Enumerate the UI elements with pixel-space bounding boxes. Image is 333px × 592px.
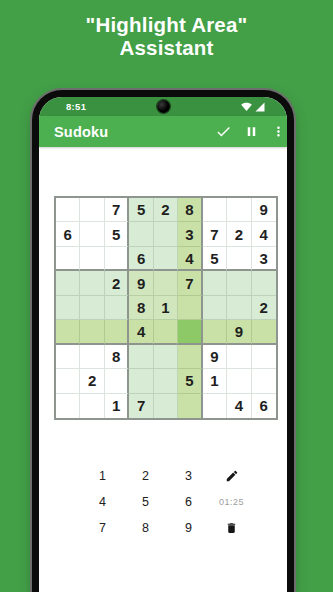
cell-r5c6[interactable]: [178, 296, 202, 320]
cell-r6c3[interactable]: [105, 320, 129, 344]
cell-r1c3[interactable]: 7: [105, 198, 129, 222]
phone-frame: 8:51 Sudoku 752: [32, 90, 294, 592]
cell-r3c8[interactable]: [227, 247, 251, 271]
numpad-digit-5[interactable]: 5: [124, 489, 167, 515]
cell-r7c8[interactable]: [227, 345, 251, 369]
cell-r2c4[interactable]: [129, 222, 153, 246]
cell-r9c7[interactable]: [203, 394, 227, 418]
cell-r1c5[interactable]: 2: [154, 198, 178, 222]
numpad-digit-6[interactable]: 6: [167, 489, 210, 515]
cell-r7c3[interactable]: 8: [105, 345, 129, 369]
cell-r2c9[interactable]: 4: [252, 222, 276, 246]
cell-r6c6[interactable]: [178, 320, 202, 344]
numpad-digit-7[interactable]: 7: [81, 515, 124, 541]
cell-r6c2[interactable]: [80, 320, 104, 344]
cell-r8c2[interactable]: 2: [80, 369, 104, 393]
check-icon[interactable]: [213, 122, 233, 142]
cell-r9c8[interactable]: 4: [227, 394, 251, 418]
cell-r8c1[interactable]: [56, 369, 80, 393]
cell-r8c6[interactable]: 5: [178, 369, 202, 393]
cell-r9c3[interactable]: 1: [105, 394, 129, 418]
cell-r7c9[interactable]: [252, 345, 276, 369]
trash-icon[interactable]: [210, 515, 253, 541]
cell-r3c3[interactable]: [105, 247, 129, 271]
cell-r9c5[interactable]: [154, 394, 178, 418]
cell-r7c2[interactable]: [80, 345, 104, 369]
cell-r4c6[interactable]: 7: [178, 271, 202, 295]
cell-r8c8[interactable]: [227, 369, 251, 393]
cell-r9c6[interactable]: [178, 394, 202, 418]
numpad-digit-3[interactable]: 3: [167, 463, 210, 489]
numpad-digit-4[interactable]: 4: [81, 489, 124, 515]
cell-r1c9[interactable]: 9: [252, 198, 276, 222]
page-title-line1: "Highlight Area": [0, 13, 333, 36]
cell-r8c5[interactable]: [154, 369, 178, 393]
cell-r2c1[interactable]: 6: [56, 222, 80, 246]
status-icons: [241, 97, 265, 116]
cell-r4c2[interactable]: [80, 271, 104, 295]
cell-signal-icon: [255, 102, 265, 112]
cell-r4c5[interactable]: [154, 271, 178, 295]
cell-r3c4[interactable]: 6: [129, 247, 153, 271]
cell-r5c9[interactable]: 2: [252, 296, 276, 320]
app-bar: Sudoku: [39, 116, 287, 147]
cell-r3c9[interactable]: 3: [252, 247, 276, 271]
cell-r3c5[interactable]: [154, 247, 178, 271]
page-title-line2: Assistant: [0, 36, 333, 59]
camera-punch-hole: [157, 100, 170, 113]
cell-r4c3[interactable]: 2: [105, 271, 129, 295]
cell-r7c5[interactable]: [154, 345, 178, 369]
cell-r3c6[interactable]: 4: [178, 247, 202, 271]
numpad-digit-9[interactable]: 9: [167, 515, 210, 541]
status-bar: 8:51: [39, 97, 287, 116]
cell-r3c2[interactable]: [80, 247, 104, 271]
numpad-digit-8[interactable]: 8: [124, 515, 167, 541]
cell-r1c8[interactable]: [227, 198, 251, 222]
cell-r1c6[interactable]: 8: [178, 198, 202, 222]
cell-r8c9[interactable]: [252, 369, 276, 393]
pencil-icon[interactable]: [210, 463, 253, 489]
timer-text: 01:25: [210, 489, 253, 515]
phone-screen: 8:51 Sudoku 752: [39, 97, 287, 592]
sudoku-board: 75289653724645329781249892511746: [54, 196, 278, 420]
cell-r5c5[interactable]: 1: [154, 296, 178, 320]
cell-r6c5[interactable]: [154, 320, 178, 344]
cell-r8c3[interactable]: [105, 369, 129, 393]
overflow-menu-icon[interactable]: [268, 122, 287, 142]
cell-r9c1[interactable]: [56, 394, 80, 418]
cell-r5c3[interactable]: [105, 296, 129, 320]
cell-r8c4[interactable]: [129, 369, 153, 393]
cell-r9c4[interactable]: 7: [129, 394, 153, 418]
status-clock: 8:51: [66, 101, 86, 112]
cell-r3c7[interactable]: 5: [203, 247, 227, 271]
app-title: Sudoku: [54, 124, 108, 140]
cell-r6c1[interactable]: [56, 320, 80, 344]
cell-r4c7[interactable]: [203, 271, 227, 295]
cell-r1c2[interactable]: [80, 198, 104, 222]
cell-r5c2[interactable]: [80, 296, 104, 320]
cell-r2c7[interactable]: 7: [203, 222, 227, 246]
cell-r1c1[interactable]: [56, 198, 80, 222]
cell-r2c5[interactable]: [154, 222, 178, 246]
cell-r4c1[interactable]: [56, 271, 80, 295]
cell-r3c1[interactable]: [56, 247, 80, 271]
cell-r4c8[interactable]: [227, 271, 251, 295]
cell-r5c1[interactable]: [56, 296, 80, 320]
cell-r6c9[interactable]: [252, 320, 276, 344]
cell-r4c9[interactable]: [252, 271, 276, 295]
cell-r6c4[interactable]: 4: [129, 320, 153, 344]
cell-r7c4[interactable]: [129, 345, 153, 369]
cell-r7c7[interactable]: 9: [203, 345, 227, 369]
cell-r4c4[interactable]: 9: [129, 271, 153, 295]
cell-r2c2[interactable]: [80, 222, 104, 246]
cell-r7c1[interactable]: [56, 345, 80, 369]
pause-icon[interactable]: [241, 122, 261, 142]
numpad-digit-1[interactable]: 1: [81, 463, 124, 489]
cell-r9c2[interactable]: [80, 394, 104, 418]
cell-r1c7[interactable]: [203, 198, 227, 222]
cell-r8c7[interactable]: 1: [203, 369, 227, 393]
cell-r5c7[interactable]: [203, 296, 227, 320]
cell-r6c7[interactable]: [203, 320, 227, 344]
wifi-icon: [241, 102, 252, 112]
cell-r5c4[interactable]: 8: [129, 296, 153, 320]
numpad: 01:25 123456789: [81, 463, 253, 541]
page-title: "Highlight Area" Assistant: [0, 13, 333, 59]
cell-r9c9[interactable]: 6: [252, 394, 276, 418]
numpad-digit-2[interactable]: 2: [124, 463, 167, 489]
cell-r2c8[interactable]: 2: [227, 222, 251, 246]
cell-r7c6[interactable]: [178, 345, 202, 369]
cell-r1c4[interactable]: 5: [129, 198, 153, 222]
cell-r2c6[interactable]: 3: [178, 222, 202, 246]
cell-r5c8[interactable]: [227, 296, 251, 320]
cell-r6c8[interactable]: 9: [227, 320, 251, 344]
cell-r2c3[interactable]: 5: [105, 222, 129, 246]
